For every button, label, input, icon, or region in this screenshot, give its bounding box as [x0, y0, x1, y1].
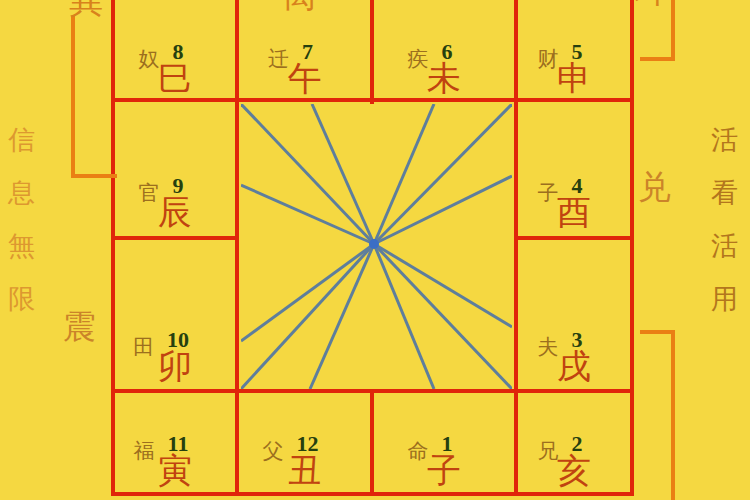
- palace-label-row: 田 10: [133, 336, 189, 358]
- palace-number: 4: [572, 175, 583, 197]
- palace-name: 命: [408, 441, 429, 462]
- palace-name: 福: [134, 441, 155, 462]
- palace-label-row: 疾 6: [408, 48, 453, 70]
- grid-line-v-outer-right: [630, 0, 634, 496]
- bracket-top-left-horizontal: [71, 174, 117, 178]
- palace-label-row: 奴 8: [139, 48, 184, 70]
- left-text-char: 無: [8, 233, 35, 260]
- palace-number: 7: [302, 41, 313, 63]
- palace-cell-mao: 田 10 卯: [115, 240, 235, 386]
- palace-cell-yin: 福 11 寅: [115, 393, 235, 490]
- ray-center-dot: [369, 239, 379, 249]
- left-vertical-text: 信 息 無 限: [8, 127, 35, 313]
- bracket-bottom-right-horizontal: [640, 330, 675, 334]
- palace-name: 田: [133, 337, 154, 358]
- left-text-char: 限: [8, 286, 35, 313]
- palace-name: 奴: [139, 49, 160, 70]
- palace-label-row: 官 9: [139, 182, 184, 204]
- palace-label-row: 父 12: [263, 440, 319, 462]
- palace-label-row: 迁 7: [268, 48, 313, 70]
- palace-name: 兄: [538, 441, 559, 462]
- palace-number: 12: [297, 433, 319, 455]
- right-text-char: 活: [711, 233, 738, 260]
- right-text-char: 用: [711, 286, 738, 313]
- bracket-top-left-vertical: [71, 16, 75, 178]
- palace-name: 迁: [268, 49, 289, 70]
- palace-name: 财: [538, 49, 559, 70]
- palace-name: 父: [263, 441, 284, 462]
- palace-cell-wu: 迁 7 午: [239, 0, 370, 98]
- palace-number: 6: [442, 41, 453, 63]
- palace-number: 5: [572, 41, 583, 63]
- palace-number: 10: [167, 329, 189, 351]
- palace-label-row: 子 4: [538, 182, 583, 204]
- palace-cell-shen: 财 5 申: [518, 0, 630, 98]
- trigram-dui: 兑: [638, 171, 671, 204]
- palace-label-row: 命 1: [408, 440, 453, 462]
- palace-cell-zi: 命 1 子: [374, 393, 514, 490]
- grid-line-h-bottom-border: [111, 492, 634, 496]
- trigram-zhen: 震: [63, 311, 96, 344]
- palace-label-row: 兄 2: [538, 440, 583, 462]
- palace-name: 疾: [408, 49, 429, 70]
- bracket-top-right-vertical: [671, 0, 675, 61]
- palace-label-row: 财 5: [538, 48, 583, 70]
- palace-cell-you: 子 4 酉: [518, 102, 630, 232]
- palace-number: 2: [572, 433, 583, 455]
- palace-number: 3: [572, 329, 583, 351]
- palace-number: 11: [168, 433, 189, 455]
- palace-name: 夫: [538, 337, 559, 358]
- palace-number: 8: [173, 41, 184, 63]
- palace-label-row: 福 11: [134, 440, 189, 462]
- palace-cell-wei: 疾 6 未: [374, 0, 514, 98]
- palace-cell-hai: 兄 2 亥: [518, 393, 630, 490]
- right-text-char: 活: [711, 127, 738, 154]
- palace-number: 9: [173, 175, 184, 197]
- left-text-char: 信: [8, 127, 35, 154]
- palace-name: 官: [139, 183, 160, 204]
- twelve-palace-chart: 巽 离 坤 震 兑 信 息 無 限 活 看 活 用 奴 8 巳 迁 7 午 疾 …: [0, 0, 750, 500]
- palace-number: 1: [442, 433, 453, 455]
- right-vertical-text: 活 看 活 用: [711, 127, 738, 313]
- palace-name: 子: [538, 183, 559, 204]
- bracket-bottom-right-vertical: [671, 330, 675, 500]
- left-text-char: 息: [8, 180, 35, 207]
- center-ray-lines: [241, 104, 512, 389]
- palace-cell-chen: 官 9 辰: [115, 102, 235, 232]
- right-text-char: 看: [711, 180, 738, 207]
- palace-label-row: 夫 3: [538, 336, 583, 358]
- palace-cell-si: 奴 8 巳: [115, 0, 235, 98]
- trigram-kun: 坤: [635, 0, 669, 8]
- palace-cell-xu: 夫 3 戌: [518, 240, 630, 386]
- palace-cell-chou: 父 12 丑: [239, 393, 370, 490]
- trigram-xun: 巽: [69, 0, 103, 18]
- bracket-top-right-horizontal: [640, 57, 675, 61]
